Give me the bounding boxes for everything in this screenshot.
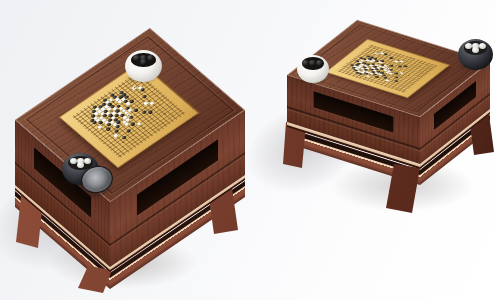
bowl-opening bbox=[131, 53, 155, 67]
bowl-opening bbox=[464, 41, 487, 55]
white-go-bowl-with-black-stones bbox=[297, 55, 329, 83]
black-stone-in-bowl bbox=[140, 59, 147, 65]
black-stone-in-bowl bbox=[316, 60, 323, 66]
black-go-bowl-with-white-stones bbox=[458, 39, 493, 70]
white-stone-in-bowl bbox=[70, 158, 77, 164]
black-stone-in-bowl bbox=[147, 55, 154, 61]
board-intersection bbox=[180, 111, 186, 116]
white-stone-in-bowl bbox=[472, 47, 479, 53]
scene bbox=[0, 0, 495, 300]
black-stone-in-bowl bbox=[302, 60, 309, 66]
white-stone-in-bowl bbox=[77, 162, 84, 168]
black-stone-in-bowl bbox=[133, 55, 140, 61]
white-stone-in-bowl bbox=[479, 43, 486, 49]
white-stone-in-bowl bbox=[84, 158, 91, 164]
white-go-bowl-with-black-stones bbox=[125, 50, 162, 82]
bowl-opening bbox=[302, 57, 323, 69]
white-stone-in-bowl bbox=[465, 43, 472, 49]
black-stone-in-bowl bbox=[309, 60, 316, 66]
